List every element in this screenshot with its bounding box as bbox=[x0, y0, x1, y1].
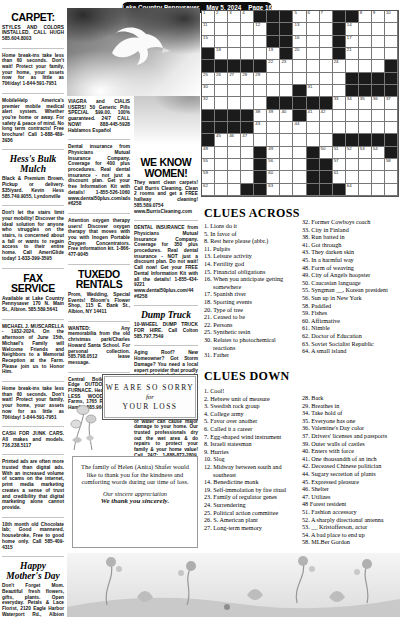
crossword-cell-r4c12[interactable]: 21 bbox=[346, 48, 359, 60]
clue-number: 4 bbox=[242, 11, 244, 16]
across-clue: 59. Fishes bbox=[302, 309, 398, 317]
classified-ad: MICHAEL J. MUSCARELLA - 1932-2024. On th… bbox=[2, 319, 64, 375]
down-clue: 27. Long-term memory bbox=[204, 524, 299, 532]
down-clue: 6. Called it a career bbox=[204, 425, 299, 433]
crossword-cell-r13c4[interactable] bbox=[241, 159, 254, 171]
crossword-cell-r5c9[interactable] bbox=[307, 60, 320, 72]
crossword-cell-r11c10[interactable] bbox=[320, 134, 333, 146]
crossword-cell-r4c5[interactable] bbox=[254, 48, 267, 60]
crossword-cell-r8c1[interactable]: 32 bbox=[202, 97, 215, 109]
crossword-cell-r7c9[interactable]: 31 bbox=[307, 85, 320, 97]
clue-number: 44 bbox=[294, 122, 299, 127]
crossword-cell-r7c4[interactable] bbox=[241, 85, 254, 97]
crossword-black-cell bbox=[241, 184, 254, 196]
across-clue: 16. When you anticipate getting somewher… bbox=[204, 275, 299, 290]
down-clue: 48 Forest resident bbox=[302, 500, 398, 508]
crossword-cell-r2c4[interactable] bbox=[241, 23, 254, 35]
clue-number: 3 bbox=[229, 11, 231, 16]
crossword-cell-r2c3[interactable] bbox=[228, 23, 241, 35]
crossword-cell-r9c15[interactable] bbox=[385, 110, 398, 122]
crossword-cell-r3c5[interactable] bbox=[254, 36, 267, 48]
crossword-black-cell bbox=[307, 147, 320, 159]
crossword-cell-r15c12[interactable]: 64 bbox=[346, 184, 359, 196]
clue-number: 29 bbox=[255, 73, 260, 78]
crossword-cell-r13c8[interactable] bbox=[293, 159, 306, 171]
crossword-black-cell bbox=[280, 97, 293, 109]
crossword-cell-r11c9[interactable] bbox=[307, 134, 320, 146]
crossword-cell-r8c4[interactable] bbox=[241, 97, 254, 109]
crossword-cell-r7c2[interactable] bbox=[215, 85, 228, 97]
clue-number: 11 bbox=[203, 23, 208, 28]
crossword-cell-r2c9[interactable] bbox=[307, 23, 320, 35]
across-clue: 48. Form of weaving bbox=[302, 264, 398, 272]
crossword-cell-r15c13[interactable] bbox=[359, 184, 372, 196]
clue-number: 36 bbox=[373, 97, 378, 102]
crossword-cell-r9c9[interactable]: 41 bbox=[307, 110, 320, 122]
crossword-black-cell bbox=[293, 85, 306, 97]
crossword-cell-r12c13[interactable]: 53 bbox=[359, 147, 372, 159]
crossword-cell-r15c6[interactable]: 63 bbox=[267, 184, 280, 196]
down-clue: 47. Utilizes bbox=[302, 493, 398, 501]
crossword-cell-r2c5[interactable]: 12 bbox=[254, 23, 267, 35]
clue-number: 24 bbox=[334, 60, 339, 65]
crossword-cell-r14c11[interactable]: 61 bbox=[333, 171, 346, 183]
crossword-cell-r4c8[interactable]: 20 bbox=[293, 48, 306, 60]
down-clue: 46. Shelter bbox=[302, 485, 398, 493]
ad-body: CASH FOR JUNK CARS. All makes and models… bbox=[2, 431, 64, 448]
clue-number: 33 bbox=[334, 97, 339, 102]
ad-body: Don't let the stairs limit your mobility… bbox=[2, 210, 64, 261]
crossword-black-cell bbox=[202, 110, 215, 122]
floral-illustration bbox=[67, 553, 400, 617]
crossword-cell-r11c3[interactable]: 46 bbox=[228, 134, 241, 146]
crossword-cell-r11c4[interactable]: 47 bbox=[241, 134, 254, 146]
crossword-cell-r13c14[interactable] bbox=[372, 159, 385, 171]
ad-body: Dental insurance from Physicians Mutual … bbox=[68, 144, 130, 207]
crossword-cell-r3c4[interactable] bbox=[241, 36, 254, 48]
crossword-cell-r10c11[interactable] bbox=[333, 122, 346, 134]
clue-number: 14 bbox=[347, 23, 352, 28]
classified-ad: WE KNOW WOMEN!They want clean carpets! C… bbox=[134, 157, 198, 214]
crossword-cell-r12c12[interactable]: 52 bbox=[346, 147, 359, 159]
sympathy-card: WE ARE SO SORRY for YOUR LOSS bbox=[102, 374, 198, 420]
crossword-cell-r3c13[interactable] bbox=[359, 36, 372, 48]
crossword-cell-r6c3[interactable]: 27 bbox=[228, 73, 241, 85]
crossword-cell-r10c8[interactable]: 44 bbox=[293, 122, 306, 134]
thank-you-closing-2: We thank you sincerely. bbox=[80, 497, 190, 505]
crossword-cell-r11c7[interactable] bbox=[280, 134, 293, 146]
crossword-black-cell bbox=[359, 134, 372, 146]
crossword-cell-r1c3[interactable]: 3 bbox=[228, 11, 241, 23]
crossword-cell-r4c2[interactable]: 18 bbox=[215, 48, 228, 60]
clue-number: 5 bbox=[294, 11, 296, 16]
clues-down-title: CLUES DOWN bbox=[204, 370, 290, 382]
ad-body: VIAGRA and CIALIS USERS! 50 Generic Pill… bbox=[68, 99, 130, 133]
across-clue: 55. Syngman __, Korean president bbox=[302, 286, 398, 294]
classified-ad: Home break-ins take less than 60 seconds… bbox=[2, 381, 64, 420]
clue-number: 42 bbox=[321, 110, 326, 115]
crossword-cell-r6c10[interactable] bbox=[320, 73, 333, 85]
classified-ad: Dental insurance from Physicians Mutual … bbox=[68, 139, 130, 207]
crossword-cell-r10c9[interactable] bbox=[307, 122, 320, 134]
across-clue: 25. Synthetic resin bbox=[204, 328, 299, 336]
clue-number: 60 bbox=[268, 171, 273, 176]
crossword-black-cell bbox=[254, 147, 267, 159]
crossword-cell-r4c15[interactable] bbox=[385, 48, 398, 60]
crossword-cell-r1c2[interactable]: 2 bbox=[215, 11, 228, 23]
clue-number: 39 bbox=[268, 110, 273, 115]
crossword-cell-r14c12[interactable] bbox=[346, 171, 359, 183]
down-clue: 14. Benedictine monk bbox=[204, 478, 299, 486]
crossword-cell-r15c1[interactable]: 62 bbox=[202, 184, 215, 196]
down-clue: 10. Slog bbox=[204, 455, 299, 463]
classified-ad: Home break-ins take less than 60 seconds… bbox=[2, 48, 64, 87]
crossword-cell-r14c15[interactable] bbox=[385, 171, 398, 183]
sympathy-line-3: YOUR LOSS bbox=[123, 403, 178, 411]
classified-ad: Dump Truck10-WHEEL DUMP TRUCK FOR HIRE. … bbox=[134, 305, 198, 339]
down-clue: 41. One thousandth of an inch bbox=[302, 455, 398, 463]
crossword-cell-r6c5[interactable]: 29 bbox=[254, 73, 267, 85]
crossword-cell-r4c4[interactable] bbox=[241, 48, 254, 60]
across-clue: 14. Fertility god bbox=[204, 260, 299, 268]
clues-across-column-2: 32. Former Cowboys coach33. City in Finl… bbox=[302, 218, 398, 355]
clue-number: 23 bbox=[281, 60, 286, 65]
clue-number: 2 bbox=[216, 11, 218, 16]
crossword-cell-r14c3[interactable] bbox=[228, 171, 241, 183]
crossword-black-cell bbox=[241, 60, 254, 72]
clue-number: 22 bbox=[268, 60, 273, 65]
crossword-cell-r6c2[interactable]: 26 bbox=[215, 73, 228, 85]
crossword-cell-r13c3[interactable] bbox=[228, 159, 241, 171]
clue-number: 18 bbox=[216, 48, 221, 53]
sympathy-line-2: for bbox=[146, 394, 154, 401]
across-clue: 56. Sun up in New York bbox=[302, 294, 398, 302]
crossword-black-cell bbox=[202, 60, 215, 72]
classified-ad: Hess's Bulk MulchBlack & Premium Brown, … bbox=[2, 149, 64, 199]
clue-number: 30 bbox=[203, 85, 208, 90]
ad-body: Printed ads are often more trusted than … bbox=[2, 459, 64, 510]
crossword-cell-r15c3[interactable] bbox=[228, 184, 241, 196]
crossword-cell-r7c6[interactable] bbox=[267, 85, 280, 97]
across-clue: 61. Nimble bbox=[302, 324, 398, 332]
across-clue: 38. Run batted in bbox=[302, 233, 398, 241]
crossword-cell-r13c12[interactable] bbox=[346, 159, 359, 171]
crossword-black-cell bbox=[267, 11, 280, 23]
classified-ad: Printed ads are often more trusted than … bbox=[2, 454, 64, 510]
crossword-black-cell bbox=[228, 110, 241, 122]
down-clue: 37. Drivers' licenses and passports bbox=[302, 432, 398, 440]
crossword-cell-r6c8[interactable] bbox=[293, 73, 306, 85]
crossword-cell-r9c10[interactable]: 42 bbox=[320, 110, 333, 122]
crossword-black-cell bbox=[254, 171, 267, 183]
crossword-cell-r9c13[interactable] bbox=[359, 110, 372, 122]
classified-ad: Attention oxygen therapy users! Discover… bbox=[68, 213, 130, 258]
across-clue: 62. Doctor of Education bbox=[302, 332, 398, 340]
crossword-cell-r10c6[interactable] bbox=[267, 122, 280, 134]
clue-number: 45 bbox=[216, 134, 221, 139]
down-clue: 44. Sugary secretion of plants bbox=[302, 470, 398, 478]
crossword-cell-r10c12[interactable] bbox=[346, 122, 359, 134]
clue-number: 12 bbox=[255, 23, 260, 28]
crossword-cell-r6c4[interactable]: 28 bbox=[241, 73, 254, 85]
crossword-cell-r2c8[interactable]: 13 bbox=[293, 23, 306, 35]
ad-body: Attention oxygen therapy users! Discover… bbox=[68, 218, 130, 258]
crossword-cell-r1c10[interactable]: 7 bbox=[320, 11, 333, 23]
down-clue: 54. A bad place to end up bbox=[302, 531, 398, 539]
clue-number: 46 bbox=[229, 134, 234, 139]
crossword-cell-r2c2[interactable] bbox=[215, 23, 228, 35]
crossword-black-cell bbox=[202, 134, 215, 146]
crossword-cell-r11c8[interactable] bbox=[293, 134, 306, 146]
classified-ad: Don't let the stairs limit your mobility… bbox=[2, 205, 64, 261]
thank-you-closing-1: Our sincere appreciation bbox=[80, 490, 190, 497]
crossword-cell-r1c4[interactable]: 4 bbox=[241, 11, 254, 23]
across-clue: 22. Persons bbox=[204, 321, 299, 329]
crossword-cell-r9c11[interactable] bbox=[333, 110, 346, 122]
clue-number: 9 bbox=[373, 11, 375, 16]
crossword-cell-r12c14[interactable]: 54 bbox=[372, 147, 385, 159]
crossword-cell-r3c9[interactable] bbox=[307, 36, 320, 48]
ad-headline: Happy Mother's Day bbox=[2, 561, 64, 581]
crossword-cell-r10c13[interactable] bbox=[359, 122, 372, 134]
thank-you-body: The family of Helen (Anita) Shafer would… bbox=[80, 463, 190, 486]
crossword-cell-r10c15[interactable] bbox=[385, 122, 398, 134]
crossword-cell-r10c7[interactable] bbox=[280, 122, 293, 134]
crossword-cell-r8c2[interactable] bbox=[215, 97, 228, 109]
crossword-cell-r4c9[interactable] bbox=[307, 48, 320, 60]
crossword-cell-r1c14[interactable]: 9 bbox=[372, 11, 385, 23]
crossword-cell-r13c7[interactable] bbox=[280, 159, 293, 171]
clue-number: 28 bbox=[242, 73, 247, 78]
crossword-cell-r5c13[interactable] bbox=[359, 60, 372, 72]
crossword-cell-r14c1[interactable]: 59 bbox=[202, 171, 215, 183]
crossword-cell-r13c13[interactable] bbox=[359, 159, 372, 171]
crossword-cell-r9c14[interactable] bbox=[372, 110, 385, 122]
ad-body: Prom, Wedding, Special Events! Bloom's F… bbox=[68, 292, 130, 315]
crossword-black-cell bbox=[333, 11, 346, 23]
crossword-black-cell bbox=[280, 36, 293, 48]
crossword-cell-r6c6[interactable] bbox=[267, 73, 280, 85]
crossword-cell-r5c8[interactable] bbox=[293, 60, 306, 72]
crossword-cell-r2c12[interactable]: 14 bbox=[346, 23, 359, 35]
across-clue: 45. In a harmful way bbox=[302, 256, 398, 264]
down-clue: 24. Surrendering bbox=[204, 501, 299, 509]
crossword-cell-r8c13[interactable]: 35 bbox=[359, 97, 372, 109]
across-clue: 21. Ceased to be bbox=[204, 313, 299, 321]
crossword-cell-r5c10[interactable] bbox=[320, 60, 333, 72]
crossword-cell-r9c6[interactable]: 39 bbox=[267, 110, 280, 122]
crossword-cell-r7c3[interactable] bbox=[228, 85, 241, 97]
crossword-black-cell bbox=[228, 60, 241, 72]
down-clue: 53. __ Kristofferson, actor bbox=[302, 523, 398, 531]
crossword-cell-r8c12[interactable]: 34 bbox=[346, 97, 359, 109]
clue-number: 37 bbox=[386, 97, 391, 102]
ad-headline: Dump Truck bbox=[134, 310, 198, 320]
crossword-cell-r7c5[interactable] bbox=[254, 85, 267, 97]
clue-number: 51 bbox=[334, 147, 339, 152]
crossword-cell-r13c15[interactable]: 58 bbox=[385, 159, 398, 171]
across-clue: 60. Affirmative bbox=[302, 317, 398, 325]
clue-number: 13 bbox=[294, 23, 299, 28]
crossword-cell-r14c2[interactable] bbox=[215, 171, 228, 183]
crossword-cell-r3c15[interactable] bbox=[385, 36, 398, 48]
clue-number: 32 bbox=[203, 97, 208, 102]
crossword-cell-r12c10[interactable]: 50 bbox=[320, 147, 333, 159]
dove-icon bbox=[67, 8, 200, 96]
down-clue: 23. Family of regulator genes bbox=[204, 493, 299, 501]
crossword-cell-r15c2[interactable] bbox=[215, 184, 228, 196]
crossword-cell-r14c4[interactable] bbox=[241, 171, 254, 183]
crossword-cell-r4c10[interactable] bbox=[320, 48, 333, 60]
crossword-cell-r2c1[interactable]: 11 bbox=[202, 23, 215, 35]
crossword-cell-r5c7[interactable]: 23 bbox=[280, 60, 293, 72]
down-clue: 58. MLBer Gordon bbox=[302, 538, 398, 546]
crossword-cell-r9c12[interactable] bbox=[346, 110, 359, 122]
crossword-black-cell bbox=[215, 60, 228, 72]
crossword-black-cell bbox=[202, 122, 215, 134]
crossword-cell-r15c7[interactable] bbox=[280, 184, 293, 196]
crossword-cell-r14c7[interactable] bbox=[280, 171, 293, 183]
crossword-cell-r4c3[interactable] bbox=[228, 48, 241, 60]
crossword-cell-r2c13[interactable] bbox=[359, 23, 372, 35]
crossword-cell-r8c14[interactable]: 36 bbox=[372, 97, 385, 109]
classified-column-1: CARPET:STYLES AND COLORS INSTALLED. CALL… bbox=[2, 12, 64, 617]
crossword-cell-r5c6[interactable]: 22 bbox=[267, 60, 280, 72]
crossword-cell-r15c8[interactable] bbox=[293, 184, 306, 196]
crossword-cell-r2c14[interactable] bbox=[372, 23, 385, 35]
down-clue: 29. Breathes in bbox=[302, 402, 398, 410]
crossword-cell-r10c5[interactable]: 43 bbox=[254, 122, 267, 134]
clue-number: 17 bbox=[347, 36, 352, 41]
clue-number: 52 bbox=[347, 147, 352, 152]
clue-number: 7 bbox=[321, 11, 323, 16]
crossword-cell-r14c6[interactable]: 60 bbox=[267, 171, 280, 183]
crossword-cell-r3c10[interactable] bbox=[320, 36, 333, 48]
crossword-cell-r10c10[interactable] bbox=[320, 122, 333, 134]
crossword-cell-r13c2[interactable] bbox=[215, 159, 228, 171]
ad-body: Available at Lake Country Pennysaver 170… bbox=[2, 296, 64, 313]
crossword-cell-r8c11[interactable]: 33 bbox=[333, 97, 346, 109]
across-clue: 11. Pulpits bbox=[204, 245, 299, 253]
thank-you-note: The family of Helen (Anita) Shafer would… bbox=[72, 456, 198, 548]
crossword-black-cell bbox=[320, 184, 333, 196]
classified-ad: FAX SERVICEAvailable at Lake Country Pen… bbox=[2, 268, 64, 313]
clue-number: 40 bbox=[281, 110, 286, 115]
clue-number: 64 bbox=[347, 184, 352, 189]
clue-number: 41 bbox=[308, 110, 313, 115]
crossword-cell-r2c15[interactable] bbox=[385, 23, 398, 35]
crossword-cell-r4c14[interactable] bbox=[372, 48, 385, 60]
across-clue: 8. Rest here please (abbr.) bbox=[204, 237, 299, 245]
crossword-cell-r1c9[interactable]: 6 bbox=[307, 11, 320, 23]
crossword-cell-r4c13[interactable] bbox=[359, 48, 372, 60]
crossword-cell-r1c15[interactable]: 10 bbox=[385, 11, 398, 23]
crossword-cell-r12c7[interactable] bbox=[280, 147, 293, 159]
crossword-cell-r7c7[interactable] bbox=[280, 85, 293, 97]
clue-number: 62 bbox=[203, 184, 208, 189]
crossword-cell-r2c10[interactable] bbox=[320, 23, 333, 35]
down-clue: 39. Outer walls of castles bbox=[302, 440, 398, 448]
clue-number: 35 bbox=[360, 97, 365, 102]
crossword-cell-r11c5[interactable] bbox=[254, 134, 267, 146]
crossword-cell-r15c14[interactable] bbox=[372, 184, 385, 196]
crossword-black-cell bbox=[372, 134, 385, 146]
clue-number: 54 bbox=[373, 147, 378, 152]
clue-number: 55 bbox=[203, 159, 208, 164]
crossword-cell-r11c2[interactable]: 45 bbox=[215, 134, 228, 146]
classified-ad: TUXEDO RENTALSProm, Wedding, Special Eve… bbox=[68, 264, 130, 315]
crossword-cell-r14c13[interactable] bbox=[359, 171, 372, 183]
crossword-cell-r12c3[interactable] bbox=[228, 147, 241, 159]
crossword-cell-r12c8[interactable] bbox=[293, 147, 306, 159]
crossword-black-cell bbox=[254, 60, 267, 72]
across-clue: 18. Sporting events bbox=[204, 298, 299, 306]
crossword-cell-r8c15[interactable]: 37 bbox=[385, 97, 398, 109]
crossword-cell-r14c14[interactable] bbox=[372, 171, 385, 183]
newspaper-page: Lake Country Pennysaver May 5, 2024 Page… bbox=[0, 0, 400, 617]
crossword-cell-r8c3[interactable] bbox=[228, 97, 241, 109]
clues-across-column-1: 1. Lions do it5. In favor of8. Rest here… bbox=[204, 222, 299, 359]
across-clue: 63. Soviet Socialist Republic bbox=[302, 340, 398, 348]
classified-ad: MobileHelp America's premier mobile medi… bbox=[2, 93, 64, 144]
crossword-cell-r1c13[interactable]: 8 bbox=[359, 11, 372, 23]
across-clue: 33. City in Finland bbox=[302, 226, 398, 234]
classified-ad: DENTAL INSURANCE from Physicians Mutual … bbox=[134, 220, 198, 299]
clue-number: 10 bbox=[386, 11, 391, 16]
crossword-cell-r5c11[interactable]: 24 bbox=[333, 60, 346, 72]
crossword-cell-r5c14[interactable] bbox=[372, 60, 385, 72]
clue-number: 61 bbox=[334, 171, 339, 176]
clue-number: 8 bbox=[360, 11, 362, 16]
crossword-black-cell bbox=[307, 171, 320, 183]
crossword-cell-r7c10[interactable] bbox=[320, 85, 333, 97]
down-clue: 26. S. American plant bbox=[204, 516, 299, 524]
crossword-cell-r3c3[interactable] bbox=[228, 36, 241, 48]
crossword-black-cell bbox=[241, 110, 254, 122]
clue-number: 19 bbox=[268, 48, 273, 53]
crossword-cell-r9c7[interactable]: 40 bbox=[280, 110, 293, 122]
clue-number: 25 bbox=[203, 73, 208, 78]
clue-number: 21 bbox=[347, 48, 352, 53]
down-clue: 19. Self-immolation by fire ritual bbox=[204, 486, 299, 494]
clue-number: 50 bbox=[321, 147, 326, 152]
crossword-black-cell bbox=[293, 97, 306, 109]
classified-column-2: VIAGRA and CIALIS USERS! 50 Generic Pill… bbox=[68, 99, 130, 411]
crossword-cell-r8c5[interactable] bbox=[254, 97, 267, 109]
across-clue: 49. City of Angels hoopster bbox=[302, 271, 398, 279]
across-clue: 64. A small island bbox=[302, 347, 398, 355]
crossword-cell-r6c7[interactable] bbox=[280, 73, 293, 85]
crossword-cell-r6c11[interactable] bbox=[333, 73, 346, 85]
ad-body: Don't Forget Mom. Beautiful fresh flower… bbox=[2, 583, 64, 617]
clue-number: 58 bbox=[386, 159, 391, 164]
crossword-cell-r5c12[interactable] bbox=[346, 60, 359, 72]
crossword-cell-r3c1[interactable]: 15 bbox=[202, 36, 215, 48]
crossword-cell-r15c15[interactable] bbox=[385, 184, 398, 196]
across-clue: 30. Relates to photochemical reactions bbox=[204, 336, 299, 351]
clue-number: 27 bbox=[229, 73, 234, 78]
crossword-cell-r10c14[interactable] bbox=[372, 122, 385, 134]
ad-body: Home break-ins take less than 60 seconds… bbox=[2, 386, 64, 420]
across-clue: 5. In favor of bbox=[204, 230, 299, 238]
crossword-cell-r12c2[interactable] bbox=[215, 147, 228, 159]
crossword-cell-r3c14[interactable] bbox=[372, 36, 385, 48]
crossword-cell-r12c4[interactable] bbox=[241, 147, 254, 159]
crossword-cell-r11c6[interactable] bbox=[267, 134, 280, 146]
crossword-black-cell bbox=[346, 73, 359, 85]
across-clue: 20. Type of tree bbox=[204, 306, 299, 314]
crossword-cell-r14c8[interactable] bbox=[293, 171, 306, 183]
